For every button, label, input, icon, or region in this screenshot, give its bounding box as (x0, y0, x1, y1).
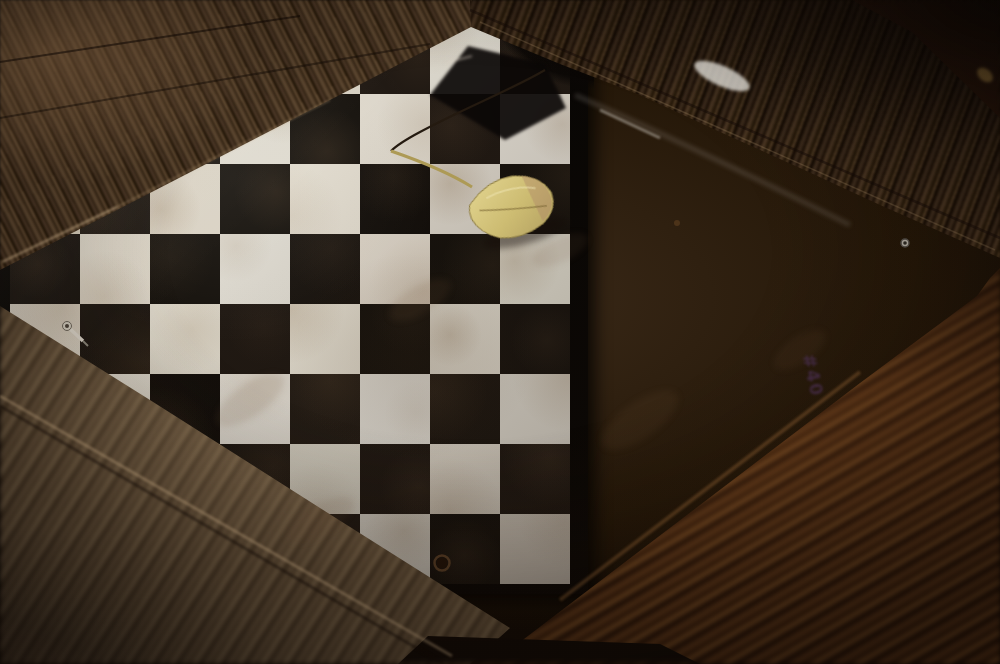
board-cell (360, 304, 430, 374)
board-cell (220, 234, 290, 304)
board-cell (80, 234, 150, 304)
board-cell (500, 374, 570, 444)
board-cell (430, 304, 500, 374)
board-cell (150, 234, 220, 304)
board-cell (430, 234, 500, 304)
board-cell (290, 234, 360, 304)
board-cell (220, 304, 290, 374)
board-cell (430, 94, 500, 164)
board-cell (290, 304, 360, 374)
board-cell (500, 304, 570, 374)
board-cell (360, 374, 430, 444)
board-cell (500, 234, 570, 304)
board-cell (220, 374, 290, 444)
board-cell (500, 444, 570, 514)
board-cell (290, 374, 360, 444)
board-cell (360, 444, 430, 514)
photo-stage: #40 (0, 0, 1000, 664)
board-cell (220, 164, 290, 234)
board-cell (430, 374, 500, 444)
board-cell (430, 444, 500, 514)
board-cell (290, 164, 360, 234)
board-cell (430, 164, 500, 234)
board-cell (360, 234, 430, 304)
board-cell (500, 94, 570, 164)
board-cell (150, 304, 220, 374)
board-cell (360, 94, 430, 164)
board-cell (500, 514, 570, 584)
board-cell (430, 514, 500, 584)
board-cell (360, 164, 430, 234)
board-cell (500, 164, 570, 234)
